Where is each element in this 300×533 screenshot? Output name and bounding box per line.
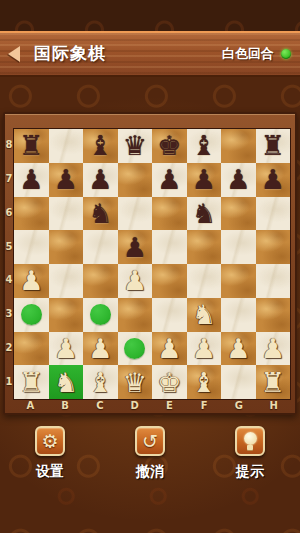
square-g5[interactable] — [221, 230, 256, 264]
square-c2[interactable]: ♟ — [83, 332, 118, 366]
square-d7[interactable] — [118, 163, 153, 197]
piece-black-n: ♞ — [192, 200, 216, 227]
piece-white-p: ♟ — [157, 335, 181, 362]
square-b4[interactable] — [49, 264, 84, 298]
file-label: B — [48, 398, 83, 413]
piece-black-p: ♟ — [192, 166, 216, 193]
square-g6[interactable] — [221, 197, 256, 231]
piece-black-r: ♜ — [19, 132, 43, 159]
square-c1[interactable]: ♝ — [83, 365, 118, 399]
square-h7[interactable]: ♟ — [256, 163, 291, 197]
page-title: 国际象棋 — [34, 42, 106, 65]
piece-black-r: ♜ — [261, 132, 285, 159]
square-f1[interactable]: ♝ — [187, 365, 222, 399]
square-f6[interactable]: ♞ — [187, 197, 222, 231]
square-e7[interactable]: ♟ — [152, 163, 187, 197]
rank-label: 7 — [5, 162, 13, 196]
square-f2[interactable]: ♟ — [187, 332, 222, 366]
rank-label: 4 — [5, 263, 13, 297]
square-d4[interactable]: ♟ — [118, 264, 153, 298]
piece-black-p: ♟ — [226, 166, 250, 193]
square-f4[interactable] — [187, 264, 222, 298]
piece-white-q: ♛ — [123, 369, 147, 396]
square-c8[interactable]: ♝ — [83, 129, 118, 163]
piece-white-k: ♚ — [157, 369, 181, 396]
piece-black-p: ♟ — [157, 166, 181, 193]
square-g3[interactable] — [221, 298, 256, 332]
square-b6[interactable] — [49, 197, 84, 231]
square-a1[interactable]: ♜ — [14, 365, 49, 399]
piece-black-b: ♝ — [192, 132, 216, 159]
status-strip — [0, 0, 300, 33]
turn-label: 白色回合 — [222, 45, 274, 63]
square-g2[interactable]: ♟ — [221, 332, 256, 366]
piece-white-p: ♟ — [261, 335, 285, 362]
piece-white-p: ♟ — [123, 267, 147, 294]
square-d5[interactable]: ♟ — [118, 230, 153, 264]
square-h2[interactable]: ♟ — [256, 332, 291, 366]
square-e6[interactable] — [152, 197, 187, 231]
board-frame: 87654321 ♜♝♛♚♝♜♟♟♟♟♟♟♟♞♞♟♟♟♞♟♟♟♟♟♟♜♞♝♛♚♝… — [3, 112, 297, 415]
square-a8[interactable]: ♜ — [14, 129, 49, 163]
square-h5[interactable] — [256, 230, 291, 264]
file-label: A — [13, 398, 48, 413]
square-b7[interactable]: ♟ — [49, 163, 84, 197]
chess-board: ♜♝♛♚♝♜♟♟♟♟♟♟♟♞♞♟♟♟♞♟♟♟♟♟♟♜♞♝♛♚♝♜ — [13, 128, 291, 400]
settings-button[interactable]: ⚙ 设置 — [0, 426, 100, 481]
piece-black-p: ♟ — [54, 166, 78, 193]
piece-white-b: ♝ — [192, 369, 216, 396]
rank-labels: 87654321 — [5, 128, 13, 398]
square-d8[interactable]: ♛ — [118, 129, 153, 163]
square-c5[interactable] — [83, 230, 118, 264]
piece-black-p: ♟ — [19, 166, 43, 193]
piece-white-b: ♝ — [88, 369, 112, 396]
square-e3[interactable] — [152, 298, 187, 332]
piece-white-r: ♜ — [261, 369, 285, 396]
square-d1[interactable]: ♛ — [118, 365, 153, 399]
rank-label: 3 — [5, 297, 13, 331]
square-b3[interactable] — [49, 298, 84, 332]
square-a2[interactable] — [14, 332, 49, 366]
piece-black-p: ♟ — [88, 166, 112, 193]
piece-white-p: ♟ — [88, 335, 112, 362]
back-arrow-icon — [8, 46, 20, 62]
app-screen: 国际象棋 白色回合 87654321 ♜♝♛♚♝♜♟♟♟♟♟♟♟♞♞♟♟♟♞♟♟… — [0, 0, 300, 533]
square-a6[interactable] — [14, 197, 49, 231]
piece-black-q: ♛ — [123, 132, 147, 159]
square-d2[interactable] — [118, 332, 153, 366]
square-b2[interactable]: ♟ — [49, 332, 84, 366]
move-hint-dot — [124, 338, 145, 359]
piece-white-n: ♞ — [192, 301, 216, 328]
square-e5[interactable] — [152, 230, 187, 264]
piece-white-p: ♟ — [54, 335, 78, 362]
rank-label: 8 — [5, 128, 13, 162]
rank-label: 2 — [5, 331, 13, 365]
square-f8[interactable]: ♝ — [187, 129, 222, 163]
undo-button[interactable]: ↺ 撤消 — [100, 426, 200, 481]
square-d3[interactable] — [118, 298, 153, 332]
square-c7[interactable]: ♟ — [83, 163, 118, 197]
hint-button[interactable]: 提示 — [200, 426, 300, 481]
rank-label: 6 — [5, 196, 13, 230]
piece-black-n: ♞ — [88, 200, 112, 227]
square-b5[interactable] — [49, 230, 84, 264]
square-h8[interactable]: ♜ — [256, 129, 291, 163]
square-g4[interactable] — [221, 264, 256, 298]
settings-label: 设置 — [36, 463, 64, 481]
file-label: C — [83, 398, 118, 413]
square-e2[interactable]: ♟ — [152, 332, 187, 366]
square-a3[interactable] — [14, 298, 49, 332]
square-d6[interactable] — [118, 197, 153, 231]
square-h1[interactable]: ♜ — [256, 365, 291, 399]
piece-white-n: ♞ — [54, 369, 78, 396]
square-h3[interactable] — [256, 298, 291, 332]
piece-black-p: ♟ — [261, 166, 285, 193]
square-g1[interactable] — [221, 365, 256, 399]
rank-label: 5 — [5, 229, 13, 263]
piece-white-p: ♟ — [19, 267, 43, 294]
move-hint-dot — [21, 304, 42, 325]
actions-row: ⚙ 设置 ↺ 撤消 提示 — [0, 426, 300, 481]
square-c3[interactable] — [83, 298, 118, 332]
square-c4[interactable] — [83, 264, 118, 298]
title-bar: 国际象棋 白色回合 — [0, 33, 300, 77]
piece-black-k: ♚ — [157, 132, 181, 159]
square-b1[interactable]: ♞ — [49, 365, 84, 399]
hint-label: 提示 — [236, 463, 264, 481]
square-f7[interactable]: ♟ — [187, 163, 222, 197]
square-a4[interactable]: ♟ — [14, 264, 49, 298]
piece-black-p: ♟ — [123, 234, 147, 261]
square-e4[interactable] — [152, 264, 187, 298]
piece-white-p: ♟ — [226, 335, 250, 362]
square-a7[interactable]: ♟ — [14, 163, 49, 197]
square-g7[interactable]: ♟ — [221, 163, 256, 197]
square-c6[interactable]: ♞ — [83, 197, 118, 231]
file-labels: ABCDEFGH — [13, 398, 291, 413]
square-h6[interactable] — [256, 197, 291, 231]
gear-icon: ⚙ — [41, 432, 58, 451]
square-f5[interactable] — [187, 230, 222, 264]
file-label: H — [256, 398, 291, 413]
square-e8[interactable]: ♚ — [152, 129, 187, 163]
square-h4[interactable] — [256, 264, 291, 298]
undo-icon: ↺ — [142, 432, 158, 451]
back-button[interactable] — [8, 45, 28, 63]
rank-label: 1 — [5, 364, 13, 398]
piece-black-b: ♝ — [88, 132, 112, 159]
undo-label: 撤消 — [136, 463, 164, 481]
bulb-icon — [244, 432, 257, 451]
move-hint-dot — [90, 304, 111, 325]
file-label: G — [222, 398, 257, 413]
piece-white-p: ♟ — [192, 335, 216, 362]
file-label: D — [117, 398, 152, 413]
square-a5[interactable] — [14, 230, 49, 264]
square-b8[interactable] — [49, 129, 84, 163]
square-e1[interactable]: ♚ — [152, 365, 187, 399]
file-label: F — [187, 398, 222, 413]
file-label: E — [152, 398, 187, 413]
square-g8[interactable] — [221, 129, 256, 163]
turn-status: 白色回合 — [222, 33, 291, 75]
square-f3[interactable]: ♞ — [187, 298, 222, 332]
piece-white-r: ♜ — [19, 369, 43, 396]
turn-indicator-dot — [281, 49, 291, 59]
